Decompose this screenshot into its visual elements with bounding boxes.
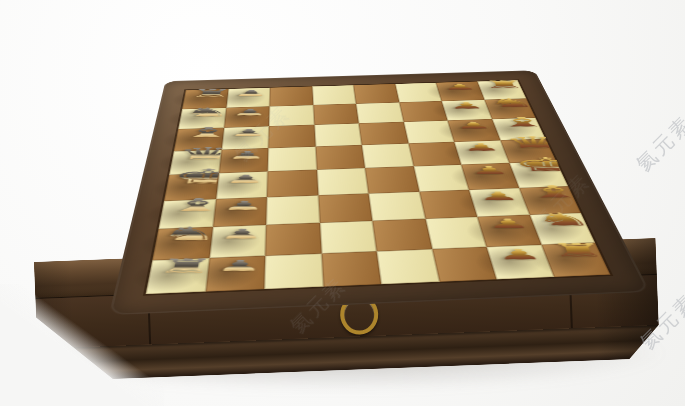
piece-contact-shadow [463, 216, 536, 246]
photo-white-fade [0, 284, 164, 406]
square-f7[interactable] [469, 188, 529, 217]
square-g2[interactable] [209, 225, 266, 258]
chessboard-3d: ♜♟♟♜♞♟♟♞♝♟♟♝♛♟♟♛♚♟♟♚♝♟♟♝♞♟♟♞♜♟♟♜ [109, 70, 650, 315]
piece-black-rook-a8[interactable]: ♜ [484, 41, 519, 89]
piece-contact-shadow [505, 187, 576, 214]
square-f8[interactable] [519, 186, 581, 215]
piece-glyph: ♜ [188, 49, 223, 98]
piece-white-rook-a1[interactable]: ♜ [188, 49, 223, 98]
piece-contact-shadow [189, 257, 261, 291]
square-e6[interactable] [413, 165, 469, 192]
square-g5[interactable] [372, 219, 431, 251]
square-h5[interactable] [377, 249, 440, 284]
board-frame: ♜♟♟♜♞♟♟♞♝♟♟♝♛♟♟♛♚♟♟♚♝♟♟♝♞♟♟♞♜♟♟♜ [109, 70, 650, 315]
square-f3[interactable] [266, 195, 319, 225]
piece-contact-shadow [526, 244, 605, 277]
piece-black-pawn-a7[interactable]: ♟ [444, 53, 475, 91]
square-g3[interactable] [265, 223, 321, 256]
piece-contact-shadow [455, 189, 524, 216]
square-f4[interactable] [318, 193, 372, 223]
square-h3[interactable] [264, 253, 323, 289]
square-f1[interactable] [159, 199, 216, 229]
square-e4[interactable] [316, 168, 368, 195]
piece-glyph: ♟ [233, 59, 265, 98]
piece-contact-shadow [198, 198, 263, 226]
square-g4[interactable] [319, 221, 376, 253]
piece-glyph: ♜ [484, 41, 519, 89]
square-e3[interactable] [267, 170, 318, 197]
square-g7[interactable] [477, 215, 541, 247]
square-f6[interactable] [419, 190, 477, 219]
square-h4[interactable] [321, 251, 381, 287]
piece-contact-shadow [472, 246, 549, 279]
piece-contact-shadow [193, 226, 261, 257]
square-g8[interactable] [529, 213, 595, 245]
piece-contact-shadow [144, 200, 212, 228]
square-h7[interactable] [486, 244, 553, 279]
square-f5[interactable] [369, 191, 425, 220]
square-g6[interactable] [425, 217, 486, 249]
square-e5[interactable] [365, 166, 419, 193]
square-h6[interactable] [432, 247, 497, 282]
piece-glyph: ♟ [463, 109, 498, 152]
piece-contact-shadow [515, 214, 590, 244]
piece-black-pawn-d7[interactable]: ♟ [463, 109, 498, 152]
square-f2[interactable] [213, 197, 267, 227]
chess-set-photo-scene: ♜♟♟♜♞♟♟♞♝♟♟♝♛♟♟♛♚♟♟♚♝♟♟♝♞♟♟♞♜♟♟♜ 氦元素 氦元素… [0, 0, 685, 406]
square-h8[interactable] [541, 242, 610, 277]
piece-contact-shadow [137, 228, 208, 259]
square-h2[interactable] [205, 255, 265, 291]
square-g1[interactable] [152, 227, 212, 260]
watermark: 氦元素 [631, 110, 685, 178]
piece-glyph: ♟ [444, 53, 475, 91]
piece-white-pawn-a2[interactable]: ♟ [233, 59, 265, 98]
